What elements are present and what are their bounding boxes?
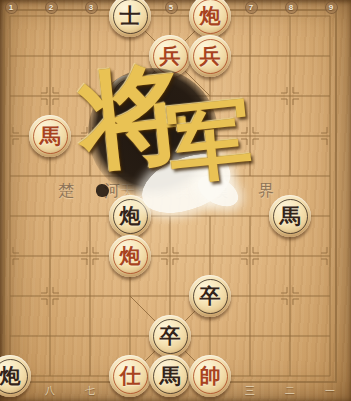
piece-glyph: 馬 [280, 206, 301, 227]
piece-glyph: 卒 [160, 326, 181, 347]
piece-glyph: 卒 [200, 286, 221, 307]
piece-black[interactable]: 馬 [149, 355, 191, 397]
piece-glyph: 馬 [40, 126, 61, 147]
piece-glyph: 炮 [0, 366, 21, 387]
piece-glyph: 仕 [120, 366, 141, 387]
piece-glyph: 帥 [200, 366, 221, 387]
file-number-top: 8 [285, 1, 298, 14]
file-number-bottom: 八 [40, 384, 60, 398]
piece-red[interactable]: 炮 [109, 235, 151, 277]
xiangqi-board: 123456789 九八七六五四三二一 楚 河 漢 界 天天象棋 士炮兵兵将馬炮… [0, 0, 351, 401]
piece-black[interactable]: 卒 [149, 315, 191, 357]
piece-red[interactable]: 帥 [189, 355, 231, 397]
file-number-top: 2 [45, 1, 58, 14]
piece-glyph: 兵 [200, 46, 221, 67]
piece-red[interactable]: 仕 [109, 355, 151, 397]
piece-red[interactable]: 兵 [149, 35, 191, 77]
file-number-top: 7 [245, 1, 258, 14]
file-number-top: 1 [5, 1, 18, 14]
piece-red[interactable]: 兵 [189, 35, 231, 77]
piece-black[interactable]: 将 [109, 75, 151, 117]
file-number-bottom: 一 [320, 384, 340, 398]
file-number-top: 9 [325, 1, 338, 14]
piece-black[interactable]: 炮 [109, 195, 151, 237]
piece-glyph: 炮 [120, 206, 141, 227]
piece-glyph: 炮 [120, 246, 141, 267]
file-number-bottom: 二 [280, 384, 300, 398]
piece-black[interactable]: 馬 [269, 195, 311, 237]
file-number-top: 5 [165, 1, 178, 14]
file-number-bottom: 三 [240, 384, 260, 398]
piece-glyph: 馬 [160, 366, 181, 387]
file-number-bottom: 七 [80, 384, 100, 398]
piece-glyph: 将 [120, 86, 141, 107]
piece-glyph: 炮 [200, 6, 221, 27]
file-number-top: 3 [85, 1, 98, 14]
piece-red[interactable]: 馬 [29, 115, 71, 157]
piece-black[interactable]: 卒 [189, 275, 231, 317]
piece-glyph: 兵 [160, 46, 181, 67]
piece-glyph: 士 [120, 6, 141, 27]
